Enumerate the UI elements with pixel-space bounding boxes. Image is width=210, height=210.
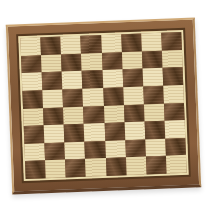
square-a7[interactable] xyxy=(21,55,42,73)
square-a6[interactable] xyxy=(22,73,43,91)
square-b8[interactable] xyxy=(40,37,61,55)
square-g5[interactable] xyxy=(143,86,164,104)
square-f6[interactable] xyxy=(122,69,143,87)
square-d5[interactable] xyxy=(83,88,104,106)
square-d8[interactable] xyxy=(81,35,102,53)
square-e5[interactable] xyxy=(103,87,124,105)
square-c8[interactable] xyxy=(61,36,82,54)
square-c2[interactable] xyxy=(65,141,86,159)
square-f2[interactable] xyxy=(125,139,146,157)
square-c7[interactable] xyxy=(61,53,82,71)
square-b7[interactable] xyxy=(41,54,62,72)
square-a3[interactable] xyxy=(24,125,45,143)
square-f7[interactable] xyxy=(122,51,143,69)
square-e3[interactable] xyxy=(104,122,125,140)
square-g1[interactable] xyxy=(146,156,167,174)
square-h1[interactable] xyxy=(166,155,187,173)
square-d2[interactable] xyxy=(85,141,106,159)
square-c1[interactable] xyxy=(65,159,86,177)
square-f1[interactable] xyxy=(126,157,147,175)
square-h8[interactable] xyxy=(161,32,182,50)
square-b3[interactable] xyxy=(44,125,65,143)
square-c4[interactable] xyxy=(63,106,84,124)
square-e8[interactable] xyxy=(101,34,122,52)
square-g8[interactable] xyxy=(141,33,162,51)
square-b6[interactable] xyxy=(42,72,63,90)
square-d7[interactable] xyxy=(81,53,102,71)
square-b1[interactable] xyxy=(45,160,66,178)
square-g2[interactable] xyxy=(145,138,166,156)
square-c3[interactable] xyxy=(64,124,85,142)
square-b4[interactable] xyxy=(43,107,64,125)
square-f3[interactable] xyxy=(124,122,145,140)
chess-board xyxy=(6,17,201,194)
square-h7[interactable] xyxy=(162,50,183,68)
board-squares-grid xyxy=(18,30,188,181)
square-h5[interactable] xyxy=(163,85,184,103)
square-e4[interactable] xyxy=(103,105,124,123)
square-c5[interactable] xyxy=(63,89,84,107)
square-c6[interactable] xyxy=(62,71,83,89)
square-e6[interactable] xyxy=(102,70,123,88)
square-f4[interactable] xyxy=(124,104,145,122)
square-e2[interactable] xyxy=(105,140,126,158)
square-g6[interactable] xyxy=(142,68,163,86)
square-h4[interactable] xyxy=(164,102,185,120)
square-d6[interactable] xyxy=(82,70,103,88)
square-b2[interactable] xyxy=(45,142,66,160)
square-d4[interactable] xyxy=(83,106,104,124)
product-photo-background xyxy=(0,0,210,210)
square-d1[interactable] xyxy=(85,158,106,176)
square-e1[interactable] xyxy=(106,158,127,176)
square-g4[interactable] xyxy=(144,103,165,121)
square-h6[interactable] xyxy=(162,67,183,85)
square-a8[interactable] xyxy=(20,37,41,55)
square-h3[interactable] xyxy=(164,120,185,138)
square-b5[interactable] xyxy=(42,89,63,107)
square-e7[interactable] xyxy=(101,52,122,70)
square-g7[interactable] xyxy=(142,50,163,68)
square-f5[interactable] xyxy=(123,86,144,104)
square-g3[interactable] xyxy=(144,121,165,139)
square-f8[interactable] xyxy=(121,34,142,52)
square-d3[interactable] xyxy=(84,123,105,141)
square-h2[interactable] xyxy=(165,138,186,156)
square-a5[interactable] xyxy=(22,90,43,108)
square-a4[interactable] xyxy=(23,108,44,126)
square-a1[interactable] xyxy=(25,161,46,179)
square-a2[interactable] xyxy=(24,143,45,161)
